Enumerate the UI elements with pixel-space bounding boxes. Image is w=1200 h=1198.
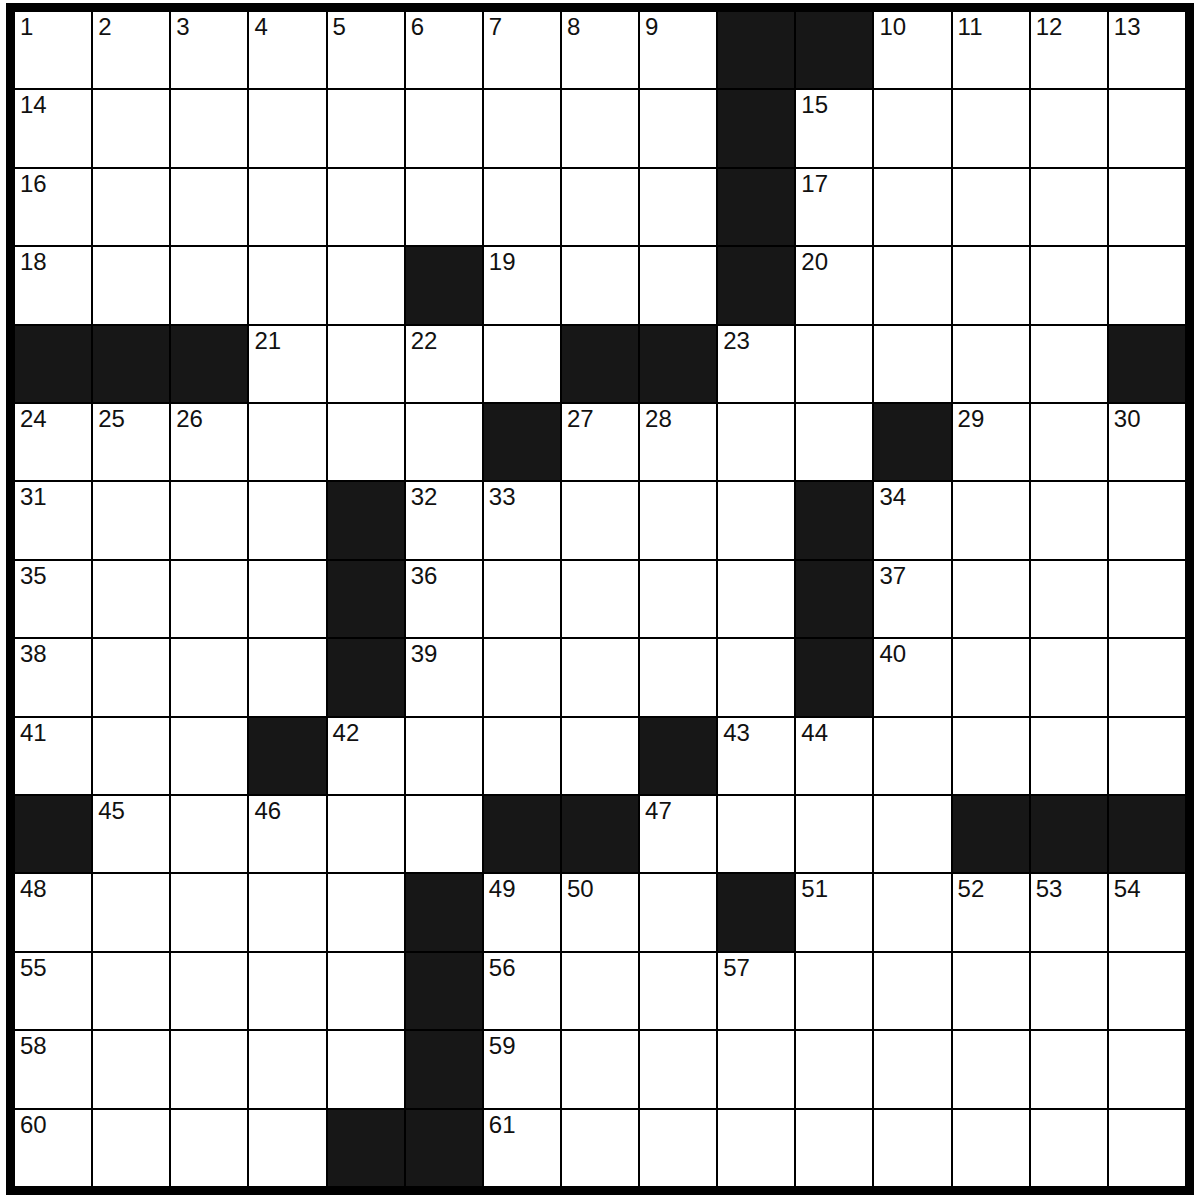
cell-13-1[interactable] [93, 1031, 169, 1107]
cell-2-12[interactable] [953, 169, 1029, 245]
cell-0-1[interactable]: 2 [93, 12, 169, 88]
cell-8-8[interactable] [640, 639, 716, 715]
black-cell-9-3 [249, 718, 325, 794]
cell-12-9[interactable]: 57 [718, 953, 794, 1029]
cell-9-4[interactable]: 42 [328, 718, 404, 794]
black-cell-5-6 [484, 404, 560, 480]
clue-number-43: 43 [723, 719, 750, 747]
cell-7-8[interactable] [640, 561, 716, 637]
clue-number-20: 20 [801, 248, 828, 276]
cell-11-2[interactable] [171, 874, 247, 950]
cell-7-12[interactable] [953, 561, 1029, 637]
cell-7-0[interactable]: 35 [15, 561, 91, 637]
cell-1-3[interactable] [249, 90, 325, 166]
cell-7-9[interactable] [718, 561, 794, 637]
cell-12-0[interactable]: 55 [15, 953, 91, 1029]
cell-9-10[interactable]: 44 [796, 718, 872, 794]
cell-9-11[interactable] [874, 718, 950, 794]
clue-number-57: 57 [723, 954, 750, 982]
cell-6-9[interactable] [718, 482, 794, 558]
cell-7-13[interactable] [1031, 561, 1107, 637]
clue-number-11: 11 [958, 13, 983, 41]
cell-8-7[interactable] [562, 639, 638, 715]
cell-2-10[interactable]: 17 [796, 169, 872, 245]
cell-1-10[interactable]: 15 [796, 90, 872, 166]
cell-3-3[interactable] [249, 247, 325, 323]
cell-14-3[interactable] [249, 1110, 325, 1186]
cell-9-14[interactable] [1109, 718, 1185, 794]
cell-10-9[interactable] [718, 796, 794, 872]
cell-14-13[interactable] [1031, 1110, 1107, 1186]
cell-14-2[interactable] [171, 1110, 247, 1186]
black-cell-8-4 [328, 639, 404, 715]
cell-8-14[interactable] [1109, 639, 1185, 715]
cell-2-4[interactable] [328, 169, 404, 245]
cell-4-11[interactable] [874, 326, 950, 402]
cell-2-7[interactable] [562, 169, 638, 245]
black-cell-0-9 [718, 12, 794, 88]
cell-0-8[interactable]: 9 [640, 12, 716, 88]
cell-10-5[interactable] [406, 796, 482, 872]
clue-number-9: 9 [645, 13, 658, 41]
clue-number-13: 13 [1114, 13, 1141, 41]
cell-13-8[interactable] [640, 1031, 716, 1107]
clue-number-21: 21 [254, 327, 281, 355]
clue-number-45: 45 [98, 797, 125, 825]
cell-12-3[interactable] [249, 953, 325, 1029]
cell-6-7[interactable] [562, 482, 638, 558]
cell-6-8[interactable] [640, 482, 716, 558]
clue-number-52: 52 [958, 875, 985, 903]
clue-number-51: 51 [801, 875, 828, 903]
cell-5-3[interactable] [249, 404, 325, 480]
cell-12-8[interactable] [640, 953, 716, 1029]
cell-8-0[interactable]: 38 [15, 639, 91, 715]
clue-number-32: 32 [411, 483, 438, 511]
clue-number-18: 18 [20, 248, 47, 276]
cell-3-0[interactable]: 18 [15, 247, 91, 323]
cell-8-6[interactable] [484, 639, 560, 715]
black-cell-10-14 [1109, 796, 1185, 872]
black-cell-7-10 [796, 561, 872, 637]
cell-3-13[interactable] [1031, 247, 1107, 323]
cell-5-4[interactable] [328, 404, 404, 480]
cell-8-11[interactable]: 40 [874, 639, 950, 715]
cell-9-5[interactable] [406, 718, 482, 794]
cell-8-13[interactable] [1031, 639, 1107, 715]
cell-8-3[interactable] [249, 639, 325, 715]
cell-1-1[interactable] [93, 90, 169, 166]
black-cell-1-9 [718, 90, 794, 166]
cell-14-9[interactable] [718, 1110, 794, 1186]
cell-8-9[interactable] [718, 639, 794, 715]
clue-number-42: 42 [333, 719, 360, 747]
cell-14-8[interactable] [640, 1110, 716, 1186]
clue-number-17: 17 [801, 170, 828, 198]
cell-11-13[interactable]: 53 [1031, 874, 1107, 950]
cell-13-12[interactable] [953, 1031, 1029, 1107]
cell-9-0[interactable]: 41 [15, 718, 91, 794]
cell-1-6[interactable] [484, 90, 560, 166]
cell-5-10[interactable] [796, 404, 872, 480]
clue-number-61: 61 [489, 1111, 516, 1139]
cell-9-7[interactable] [562, 718, 638, 794]
black-cell-10-6 [484, 796, 560, 872]
cell-6-6[interactable]: 33 [484, 482, 560, 558]
black-cell-4-0 [15, 326, 91, 402]
clue-number-59: 59 [489, 1032, 516, 1060]
cell-12-7[interactable] [562, 953, 638, 1029]
clue-number-35: 35 [20, 562, 47, 590]
clue-number-38: 38 [20, 640, 47, 668]
cell-11-11[interactable] [874, 874, 950, 950]
cell-2-11[interactable] [874, 169, 950, 245]
clue-number-3: 3 [176, 13, 189, 41]
clue-number-49: 49 [489, 875, 516, 903]
cell-11-10[interactable]: 51 [796, 874, 872, 950]
clue-number-36: 36 [411, 562, 438, 590]
cell-9-1[interactable] [93, 718, 169, 794]
cell-2-3[interactable] [249, 169, 325, 245]
cell-14-6[interactable]: 61 [484, 1110, 560, 1186]
cell-3-7[interactable] [562, 247, 638, 323]
cell-12-11[interactable] [874, 953, 950, 1029]
clue-number-26: 26 [176, 405, 203, 433]
cell-3-12[interactable] [953, 247, 1029, 323]
cell-5-14[interactable]: 30 [1109, 404, 1185, 480]
cell-13-6[interactable]: 59 [484, 1031, 560, 1107]
cell-0-4[interactable]: 5 [328, 12, 404, 88]
clue-number-30: 30 [1114, 405, 1141, 433]
cell-14-14[interactable] [1109, 1110, 1185, 1186]
cell-10-2[interactable] [171, 796, 247, 872]
cell-0-7[interactable]: 8 [562, 12, 638, 88]
clue-number-55: 55 [20, 954, 47, 982]
clue-number-8: 8 [567, 13, 580, 41]
black-cell-0-10 [796, 12, 872, 88]
cell-12-6[interactable]: 56 [484, 953, 560, 1029]
black-cell-13-5 [406, 1031, 482, 1107]
clue-number-16: 16 [20, 170, 47, 198]
cell-9-9[interactable]: 43 [718, 718, 794, 794]
cell-11-1[interactable] [93, 874, 169, 950]
cell-7-5[interactable]: 36 [406, 561, 482, 637]
black-cell-4-2 [171, 326, 247, 402]
cell-14-10[interactable] [796, 1110, 872, 1186]
cell-8-1[interactable] [93, 639, 169, 715]
cell-6-1[interactable] [93, 482, 169, 558]
cell-3-14[interactable] [1109, 247, 1185, 323]
clue-number-44: 44 [801, 719, 828, 747]
clue-number-22: 22 [411, 327, 438, 355]
cell-5-12[interactable]: 29 [953, 404, 1029, 480]
cell-1-11[interactable] [874, 90, 950, 166]
clue-number-60: 60 [20, 1111, 47, 1139]
black-cell-11-9 [718, 874, 794, 950]
black-cell-12-5 [406, 953, 482, 1029]
clue-number-27: 27 [567, 405, 594, 433]
clue-number-48: 48 [20, 875, 47, 903]
cell-1-4[interactable] [328, 90, 404, 166]
clue-number-29: 29 [958, 405, 985, 433]
cell-3-2[interactable] [171, 247, 247, 323]
cell-10-3[interactable]: 46 [249, 796, 325, 872]
black-cell-6-4 [328, 482, 404, 558]
black-cell-4-8 [640, 326, 716, 402]
black-cell-10-0 [15, 796, 91, 872]
cell-7-7[interactable] [562, 561, 638, 637]
cell-1-5[interactable] [406, 90, 482, 166]
clue-number-4: 4 [254, 13, 267, 41]
cell-9-13[interactable] [1031, 718, 1107, 794]
black-cell-9-8 [640, 718, 716, 794]
clue-number-34: 34 [879, 483, 906, 511]
cell-3-8[interactable] [640, 247, 716, 323]
cell-5-7[interactable]: 27 [562, 404, 638, 480]
cell-13-3[interactable] [249, 1031, 325, 1107]
cell-9-12[interactable] [953, 718, 1029, 794]
cell-6-2[interactable] [171, 482, 247, 558]
cell-0-2[interactable]: 3 [171, 12, 247, 88]
cell-3-11[interactable] [874, 247, 950, 323]
cell-11-0[interactable]: 48 [15, 874, 91, 950]
clue-number-19: 19 [489, 248, 516, 276]
cell-13-10[interactable] [796, 1031, 872, 1107]
cell-13-14[interactable] [1109, 1031, 1185, 1107]
black-cell-4-14 [1109, 326, 1185, 402]
cell-2-14[interactable] [1109, 169, 1185, 245]
cell-3-4[interactable] [328, 247, 404, 323]
clue-number-28: 28 [645, 405, 672, 433]
cell-2-0[interactable]: 16 [15, 169, 91, 245]
black-cell-8-10 [796, 639, 872, 715]
cell-12-4[interactable] [328, 953, 404, 1029]
clue-number-1: 1 [20, 13, 33, 41]
black-cell-14-5 [406, 1110, 482, 1186]
black-cell-10-7 [562, 796, 638, 872]
cell-5-8[interactable]: 28 [640, 404, 716, 480]
black-cell-7-4 [328, 561, 404, 637]
cell-11-6[interactable]: 49 [484, 874, 560, 950]
cell-13-11[interactable] [874, 1031, 950, 1107]
clue-number-58: 58 [20, 1032, 47, 1060]
cell-0-5[interactable]: 6 [406, 12, 482, 88]
cell-9-2[interactable] [171, 718, 247, 794]
cell-6-0[interactable]: 31 [15, 482, 91, 558]
cell-12-2[interactable] [171, 953, 247, 1029]
cell-5-13[interactable] [1031, 404, 1107, 480]
cell-11-3[interactable] [249, 874, 325, 950]
clue-number-54: 54 [1114, 875, 1141, 903]
cell-4-10[interactable] [796, 326, 872, 402]
cell-1-14[interactable] [1109, 90, 1185, 166]
cell-2-1[interactable] [93, 169, 169, 245]
cell-7-2[interactable] [171, 561, 247, 637]
cell-12-1[interactable] [93, 953, 169, 1029]
clue-number-47: 47 [645, 797, 672, 825]
clue-number-46: 46 [254, 797, 281, 825]
cell-14-0[interactable]: 60 [15, 1110, 91, 1186]
clue-number-14: 14 [20, 91, 47, 119]
cell-11-8[interactable] [640, 874, 716, 950]
cell-1-7[interactable] [562, 90, 638, 166]
cell-4-4[interactable] [328, 326, 404, 402]
cell-13-2[interactable] [171, 1031, 247, 1107]
black-cell-3-9 [718, 247, 794, 323]
clue-number-15: 15 [801, 91, 828, 119]
black-cell-5-11 [874, 404, 950, 480]
cell-10-11[interactable] [874, 796, 950, 872]
cell-2-13[interactable] [1031, 169, 1107, 245]
cell-10-10[interactable] [796, 796, 872, 872]
cell-1-2[interactable] [171, 90, 247, 166]
cell-6-3[interactable] [249, 482, 325, 558]
cell-6-13[interactable] [1031, 482, 1107, 558]
cell-2-2[interactable] [171, 169, 247, 245]
cell-11-7[interactable]: 50 [562, 874, 638, 950]
cell-6-14[interactable] [1109, 482, 1185, 558]
cell-5-5[interactable] [406, 404, 482, 480]
cell-14-1[interactable] [93, 1110, 169, 1186]
cell-0-12[interactable]: 11 [953, 12, 1029, 88]
black-cell-2-9 [718, 169, 794, 245]
cell-8-2[interactable] [171, 639, 247, 715]
cell-5-2[interactable]: 26 [171, 404, 247, 480]
black-cell-4-1 [93, 326, 169, 402]
cell-0-3[interactable]: 4 [249, 12, 325, 88]
cell-5-9[interactable] [718, 404, 794, 480]
cell-3-1[interactable] [93, 247, 169, 323]
black-cell-14-4 [328, 1110, 404, 1186]
cell-6-12[interactable] [953, 482, 1029, 558]
cell-7-6[interactable] [484, 561, 560, 637]
cell-13-7[interactable] [562, 1031, 638, 1107]
clue-number-10: 10 [879, 13, 906, 41]
cell-3-6[interactable]: 19 [484, 247, 560, 323]
cell-13-4[interactable] [328, 1031, 404, 1107]
clue-number-12: 12 [1036, 13, 1063, 41]
clue-number-25: 25 [98, 405, 125, 433]
cell-13-0[interactable]: 58 [15, 1031, 91, 1107]
cell-10-4[interactable] [328, 796, 404, 872]
clue-number-23: 23 [723, 327, 750, 355]
cell-12-14[interactable] [1109, 953, 1185, 1029]
cell-13-9[interactable] [718, 1031, 794, 1107]
cell-8-12[interactable] [953, 639, 1029, 715]
cell-0-6[interactable]: 7 [484, 12, 560, 88]
cell-11-4[interactable] [328, 874, 404, 950]
cell-8-5[interactable]: 39 [406, 639, 482, 715]
clue-number-40: 40 [879, 640, 906, 668]
cell-14-12[interactable] [953, 1110, 1029, 1186]
clue-number-7: 7 [489, 13, 502, 41]
black-cell-10-13 [1031, 796, 1107, 872]
cell-12-10[interactable] [796, 953, 872, 1029]
clue-number-5: 5 [333, 13, 346, 41]
cell-10-8[interactable]: 47 [640, 796, 716, 872]
cell-0-0[interactable]: 1 [15, 12, 91, 88]
black-cell-4-7 [562, 326, 638, 402]
cell-0-13[interactable]: 12 [1031, 12, 1107, 88]
crossword-board: 1234567891011121314151617181920212223242… [6, 3, 1194, 1195]
black-cell-6-10 [796, 482, 872, 558]
cell-14-7[interactable] [562, 1110, 638, 1186]
cell-7-14[interactable] [1109, 561, 1185, 637]
cell-7-3[interactable] [249, 561, 325, 637]
cell-4-9[interactable]: 23 [718, 326, 794, 402]
clue-number-41: 41 [20, 719, 47, 747]
cell-1-0[interactable]: 14 [15, 90, 91, 166]
cell-2-8[interactable] [640, 169, 716, 245]
clue-number-2: 2 [98, 13, 111, 41]
cell-2-6[interactable] [484, 169, 560, 245]
cell-3-10[interactable]: 20 [796, 247, 872, 323]
black-cell-11-5 [406, 874, 482, 950]
clue-number-53: 53 [1036, 875, 1063, 903]
cell-4-12[interactable] [953, 326, 1029, 402]
clue-number-33: 33 [489, 483, 516, 511]
cell-6-5[interactable]: 32 [406, 482, 482, 558]
cell-5-1[interactable]: 25 [93, 404, 169, 480]
cell-11-14[interactable]: 54 [1109, 874, 1185, 950]
cell-14-11[interactable] [874, 1110, 950, 1186]
cell-1-12[interactable] [953, 90, 1029, 166]
cell-6-11[interactable]: 34 [874, 482, 950, 558]
cell-4-13[interactable] [1031, 326, 1107, 402]
clue-number-6: 6 [411, 13, 424, 41]
clue-number-24: 24 [20, 405, 47, 433]
cell-1-8[interactable] [640, 90, 716, 166]
cell-12-13[interactable] [1031, 953, 1107, 1029]
clue-number-56: 56 [489, 954, 516, 982]
black-cell-3-5 [406, 247, 482, 323]
cell-7-1[interactable] [93, 561, 169, 637]
cell-7-11[interactable]: 37 [874, 561, 950, 637]
cell-0-11[interactable]: 10 [874, 12, 950, 88]
cell-12-12[interactable] [953, 953, 1029, 1029]
clue-number-31: 31 [20, 483, 47, 511]
black-cell-10-12 [953, 796, 1029, 872]
cell-11-12[interactable]: 52 [953, 874, 1029, 950]
cell-10-1[interactable]: 45 [93, 796, 169, 872]
clue-number-50: 50 [567, 875, 594, 903]
cell-4-3[interactable]: 21 [249, 326, 325, 402]
cell-0-14[interactable]: 13 [1109, 12, 1185, 88]
cell-1-13[interactable] [1031, 90, 1107, 166]
clue-number-37: 37 [879, 562, 906, 590]
cell-13-13[interactable] [1031, 1031, 1107, 1107]
clue-number-39: 39 [411, 640, 438, 668]
cell-4-6[interactable] [484, 326, 560, 402]
cell-4-5[interactable]: 22 [406, 326, 482, 402]
cell-2-5[interactable] [406, 169, 482, 245]
cell-9-6[interactable] [484, 718, 560, 794]
cell-5-0[interactable]: 24 [15, 404, 91, 480]
